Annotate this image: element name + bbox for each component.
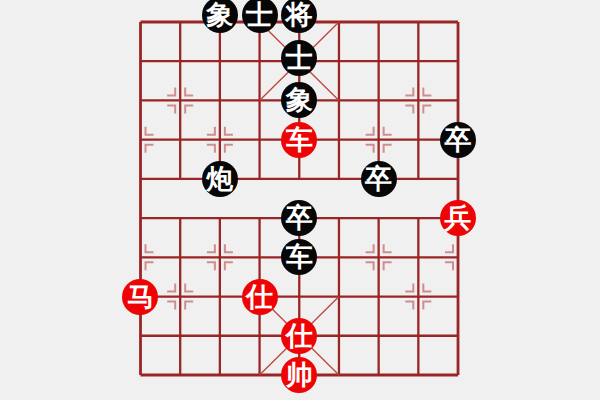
piece-red-horse[interactable]: 马: [122, 279, 158, 315]
piece-red-advisor[interactable]: 仕: [281, 318, 317, 354]
piece-black-pawn[interactable]: 卒: [281, 200, 317, 236]
piece-black-pawn[interactable]: 卒: [361, 161, 397, 197]
piece-red-chariot[interactable]: 车: [281, 122, 317, 158]
piece-black-advisor[interactable]: 士: [281, 40, 317, 76]
piece-black-general[interactable]: 将: [281, 0, 317, 33]
piece-black-advisor[interactable]: 士: [242, 0, 278, 33]
piece-red-advisor[interactable]: 仕: [242, 279, 278, 315]
piece-red-general[interactable]: 帅: [281, 357, 317, 393]
piece-black-elephant[interactable]: 象: [202, 0, 238, 33]
piece-black-chariot[interactable]: 车: [281, 239, 317, 275]
xiangqi-piece-grid: 象士将士象车卒炮卒卒兵车马仕仕帅: [121, 2, 478, 394]
piece-black-elephant[interactable]: 象: [281, 82, 317, 118]
xiangqi-board: 象士将士象车卒炮卒卒兵车马仕仕帅: [0, 0, 600, 400]
piece-black-cannon[interactable]: 炮: [202, 161, 238, 197]
piece-red-pawn[interactable]: 兵: [440, 200, 476, 236]
piece-black-pawn[interactable]: 卒: [440, 122, 476, 158]
